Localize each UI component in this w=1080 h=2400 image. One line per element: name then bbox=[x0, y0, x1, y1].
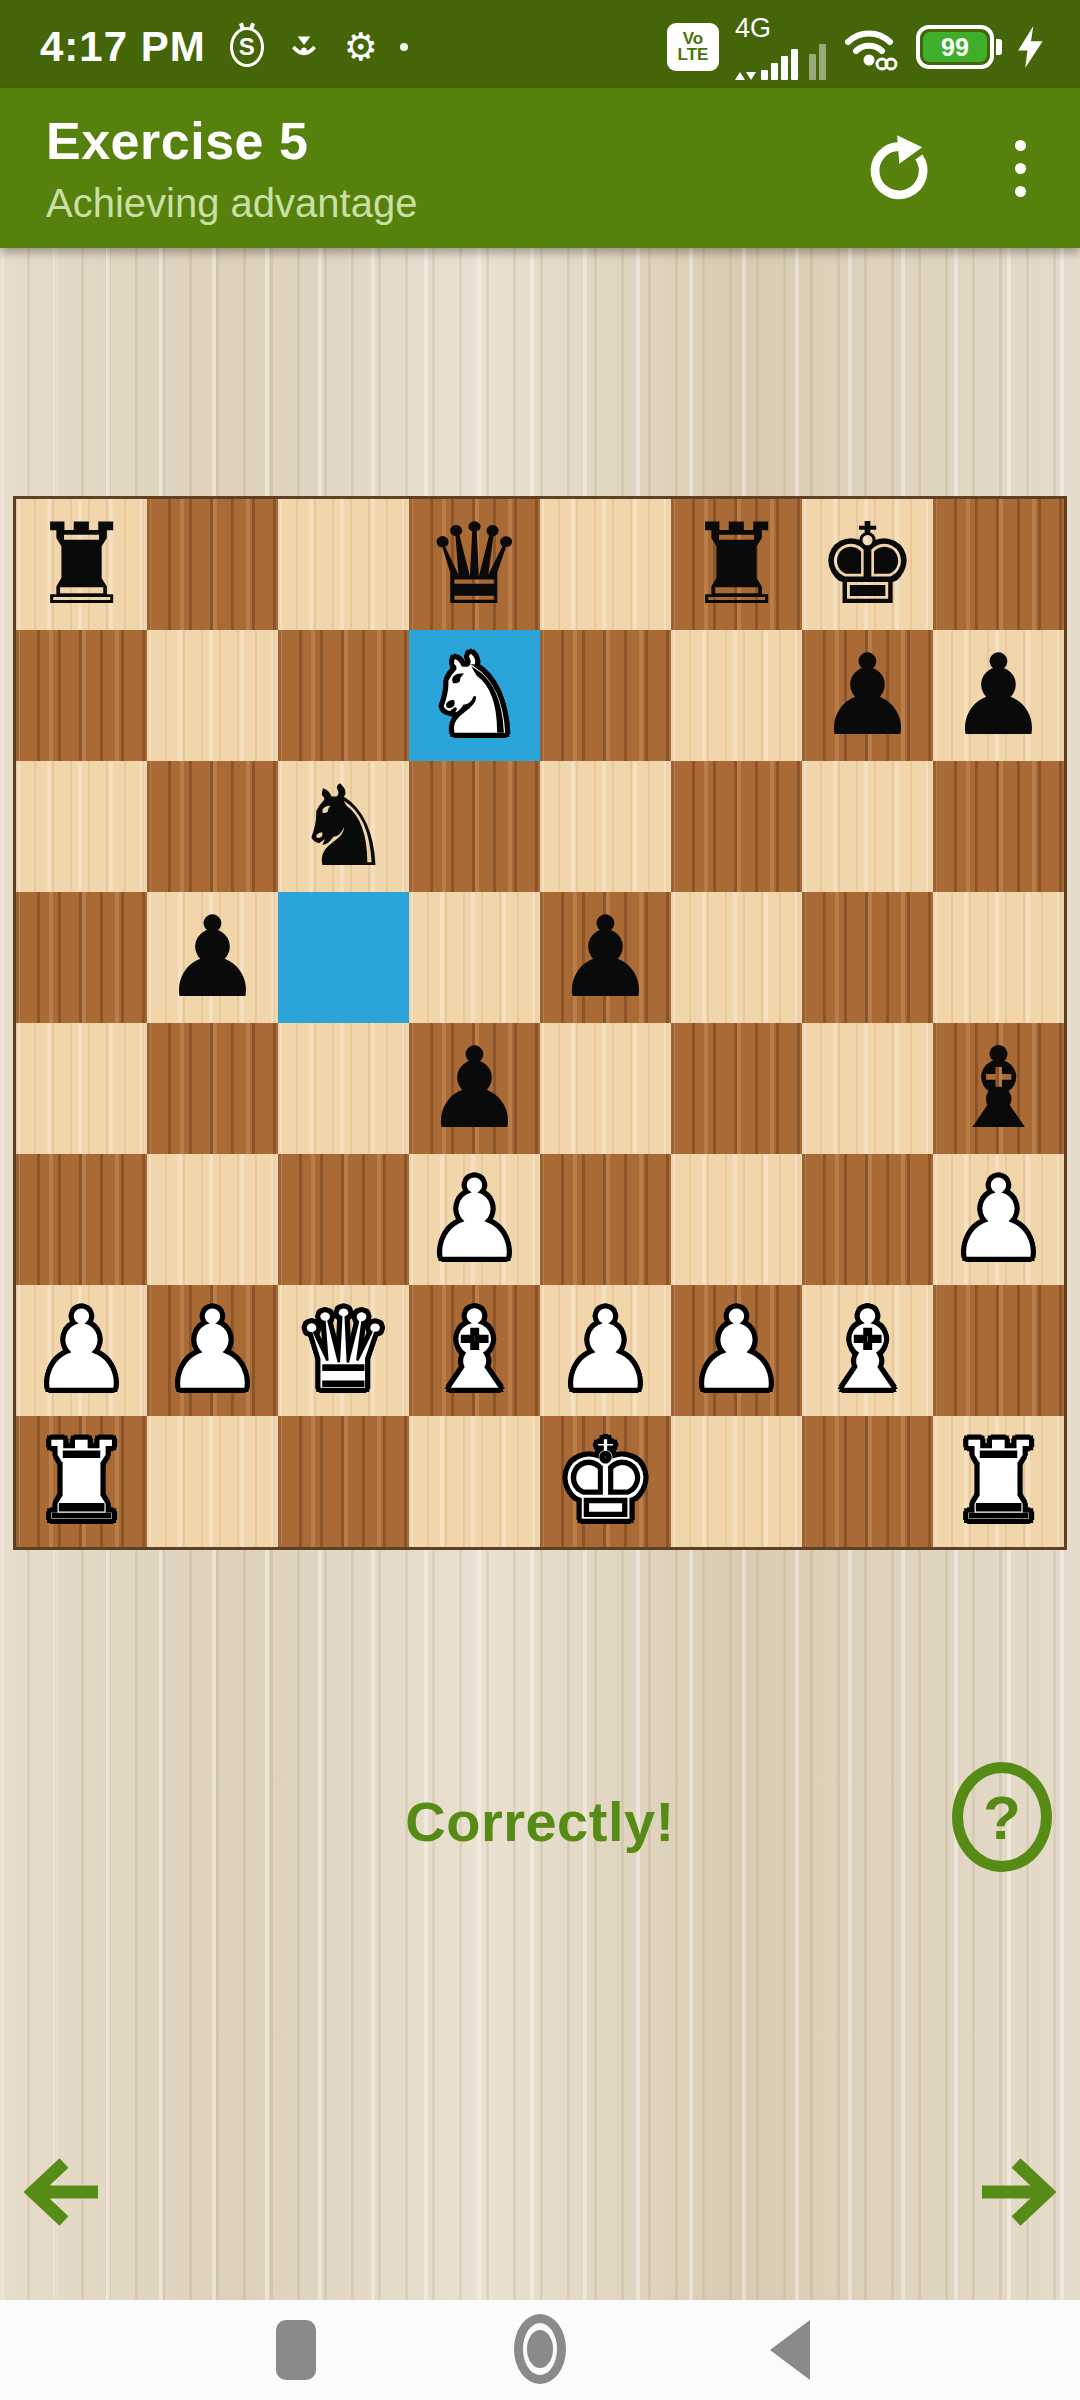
square-g2[interactable]: ♝ bbox=[802, 1285, 933, 1416]
battery-icon: 99 bbox=[916, 25, 1002, 69]
black-pawn-icon: ♟ bbox=[817, 630, 917, 761]
square-h6[interactable] bbox=[933, 761, 1064, 892]
square-f4[interactable] bbox=[671, 1023, 802, 1154]
white-knight-icon: ♞ bbox=[424, 630, 524, 761]
square-a3[interactable] bbox=[16, 1154, 147, 1285]
square-c2[interactable]: ♛ bbox=[278, 1285, 409, 1416]
square-h1[interactable]: ♜ bbox=[933, 1416, 1064, 1547]
square-g6[interactable] bbox=[802, 761, 933, 892]
black-pawn-icon: ♟ bbox=[948, 630, 1048, 761]
square-c4[interactable] bbox=[278, 1023, 409, 1154]
square-a7[interactable] bbox=[16, 630, 147, 761]
home-icon bbox=[527, 2330, 553, 2368]
square-h2[interactable] bbox=[933, 1285, 1064, 1416]
chess-board[interactable]: ♜♛♜♚♞♟♟♞♟♟♟♝♟♟♟♟♛♝♟♟♝♜♚♜ bbox=[13, 496, 1067, 1550]
next-exercise-button[interactable] bbox=[976, 2152, 1056, 2232]
black-rook-icon: ♜ bbox=[31, 499, 131, 630]
android-navigation-bar bbox=[0, 2300, 1080, 2400]
square-d3[interactable]: ♟ bbox=[409, 1154, 540, 1285]
square-a4[interactable] bbox=[16, 1023, 147, 1154]
square-c6[interactable]: ♞ bbox=[278, 761, 409, 892]
square-b1[interactable] bbox=[147, 1416, 278, 1547]
square-b7[interactable] bbox=[147, 630, 278, 761]
s-badge-icon: S bbox=[230, 27, 264, 67]
overflow-menu-button[interactable] bbox=[1009, 134, 1032, 203]
square-f5[interactable] bbox=[671, 892, 802, 1023]
square-g8[interactable]: ♚ bbox=[802, 499, 933, 630]
square-b8[interactable] bbox=[147, 499, 278, 630]
white-pawn-icon: ♟ bbox=[555, 1285, 655, 1416]
square-d2[interactable]: ♝ bbox=[409, 1285, 540, 1416]
black-bishop-icon: ♝ bbox=[948, 1023, 1048, 1154]
square-c3[interactable] bbox=[278, 1154, 409, 1285]
square-a1[interactable]: ♜ bbox=[16, 1416, 147, 1547]
square-f7[interactable] bbox=[671, 630, 802, 761]
square-a8[interactable]: ♜ bbox=[16, 499, 147, 630]
square-h4[interactable]: ♝ bbox=[933, 1023, 1064, 1154]
question-mark-icon: ? bbox=[983, 1782, 1021, 1853]
square-c7[interactable] bbox=[278, 630, 409, 761]
square-e4[interactable] bbox=[540, 1023, 671, 1154]
feedback-message: Correctly! bbox=[0, 1789, 1080, 1854]
phone-screen: 4:17 PM S ⚙ Vo LTE 4G bbox=[0, 0, 1080, 2400]
square-g3[interactable] bbox=[802, 1154, 933, 1285]
black-knight-icon: ♞ bbox=[293, 761, 393, 892]
page-title: Exercise 5 bbox=[46, 111, 417, 171]
square-b3[interactable] bbox=[147, 1154, 278, 1285]
black-rook-icon: ♜ bbox=[686, 499, 786, 630]
notification-dot bbox=[400, 43, 408, 51]
square-f1[interactable] bbox=[671, 1416, 802, 1547]
square-e3[interactable] bbox=[540, 1154, 671, 1285]
square-a2[interactable]: ♟ bbox=[16, 1285, 147, 1416]
black-pawn-icon: ♟ bbox=[162, 892, 262, 1023]
square-e1[interactable]: ♚ bbox=[540, 1416, 671, 1547]
previous-exercise-button[interactable] bbox=[24, 2152, 104, 2232]
square-e2[interactable]: ♟ bbox=[540, 1285, 671, 1416]
white-pawn-icon: ♟ bbox=[686, 1285, 786, 1416]
square-f2[interactable]: ♟ bbox=[671, 1285, 802, 1416]
square-b5[interactable]: ♟ bbox=[147, 892, 278, 1023]
white-pawn-icon: ♟ bbox=[31, 1285, 131, 1416]
white-king-icon: ♚ bbox=[555, 1416, 655, 1547]
square-b6[interactable] bbox=[147, 761, 278, 892]
refresh-button[interactable] bbox=[861, 133, 931, 203]
square-f6[interactable] bbox=[671, 761, 802, 892]
square-d7[interactable]: ♞ bbox=[409, 630, 540, 761]
wifi-icon bbox=[842, 22, 900, 72]
white-bishop-icon: ♝ bbox=[424, 1285, 524, 1416]
square-e6[interactable] bbox=[540, 761, 671, 892]
square-f8[interactable]: ♜ bbox=[671, 499, 802, 630]
square-h5[interactable] bbox=[933, 892, 1064, 1023]
battery-percent: 99 bbox=[923, 32, 987, 62]
clock: 4:17 PM bbox=[40, 23, 206, 71]
square-a5[interactable] bbox=[16, 892, 147, 1023]
white-bishop-icon: ♝ bbox=[817, 1285, 917, 1416]
square-d8[interactable]: ♛ bbox=[409, 499, 540, 630]
white-rook-icon: ♜ bbox=[31, 1416, 131, 1547]
recents-button[interactable] bbox=[276, 2320, 316, 2380]
status-right-icons: Vo LTE 4G bbox=[667, 15, 1044, 80]
square-a6[interactable] bbox=[16, 761, 147, 892]
black-pawn-icon: ♟ bbox=[555, 892, 655, 1023]
gear-icon: ⚙ bbox=[344, 28, 378, 66]
square-d4[interactable]: ♟ bbox=[409, 1023, 540, 1154]
square-d6[interactable] bbox=[409, 761, 540, 892]
square-g5[interactable] bbox=[802, 892, 933, 1023]
volte-badge: Vo LTE bbox=[667, 23, 719, 71]
download-icon bbox=[286, 29, 322, 65]
charging-bolt-icon bbox=[1018, 26, 1044, 68]
square-h8[interactable] bbox=[933, 499, 1064, 630]
status-left-icons: S ⚙ bbox=[230, 27, 408, 67]
square-h7[interactable]: ♟ bbox=[933, 630, 1064, 761]
black-king-icon: ♚ bbox=[817, 499, 917, 630]
help-button[interactable]: ? bbox=[952, 1762, 1052, 1872]
status-bar: 4:17 PM S ⚙ Vo LTE 4G bbox=[0, 0, 1080, 88]
square-f3[interactable] bbox=[671, 1154, 802, 1285]
black-pawn-icon: ♟ bbox=[424, 1023, 524, 1154]
white-rook-icon: ♜ bbox=[948, 1416, 1048, 1547]
square-g4[interactable] bbox=[802, 1023, 933, 1154]
square-g1[interactable] bbox=[802, 1416, 933, 1547]
black-queen-icon: ♛ bbox=[424, 499, 524, 630]
page-subtitle: Achieving advantage bbox=[46, 181, 417, 226]
square-d5[interactable] bbox=[409, 892, 540, 1023]
square-c5[interactable] bbox=[278, 892, 409, 1023]
square-b2[interactable]: ♟ bbox=[147, 1285, 278, 1416]
square-e8[interactable] bbox=[540, 499, 671, 630]
square-c1[interactable] bbox=[278, 1416, 409, 1547]
white-pawn-icon: ♟ bbox=[424, 1154, 524, 1285]
back-button[interactable] bbox=[770, 2320, 810, 2380]
square-e7[interactable] bbox=[540, 630, 671, 761]
network-type-label: 4G bbox=[735, 15, 771, 42]
signal-bars: 4G bbox=[735, 15, 826, 80]
square-d1[interactable] bbox=[409, 1416, 540, 1547]
square-b4[interactable] bbox=[147, 1023, 278, 1154]
square-h3[interactable]: ♟ bbox=[933, 1154, 1064, 1285]
white-queen-icon: ♛ bbox=[293, 1285, 393, 1416]
white-pawn-icon: ♟ bbox=[948, 1154, 1048, 1285]
home-button[interactable] bbox=[514, 2314, 566, 2384]
square-e5[interactable]: ♟ bbox=[540, 892, 671, 1023]
app-bar: Exercise 5 Achieving advantage bbox=[0, 88, 1080, 248]
white-pawn-icon: ♟ bbox=[162, 1285, 262, 1416]
square-c8[interactable] bbox=[278, 499, 409, 630]
square-g7[interactable]: ♟ bbox=[802, 630, 933, 761]
